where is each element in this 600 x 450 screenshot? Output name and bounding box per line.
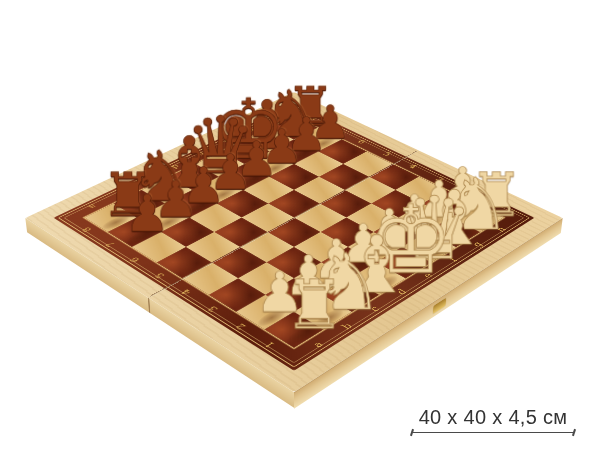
product-photo-chess-set: abcdefgh abcdefgh 87654321 87654321 ♜♞♝♛… bbox=[0, 0, 600, 450]
piece-shadow bbox=[311, 307, 347, 329]
board-frame: abcdefgh abcdefgh 87654321 87654321 ♜♞♝♛… bbox=[54, 103, 535, 370]
clasp-latch-icon bbox=[433, 298, 446, 314]
piece-white-pawn-h2: ♟ bbox=[441, 163, 478, 209]
piece-shadow bbox=[340, 290, 375, 311]
chess-board: abcdefgh abcdefgh 87654321 87654321 ♜♞♝♛… bbox=[25, 92, 562, 392]
piece-shadow bbox=[282, 324, 319, 347]
square-h2: ♟ bbox=[423, 190, 475, 218]
piece-shadow bbox=[311, 274, 346, 295]
piece-black-knight-b8: ♞ bbox=[130, 145, 167, 209]
piece-shadow bbox=[415, 213, 447, 231]
dimension-label: 40 x 40 x 4,5 см bbox=[412, 406, 574, 429]
dimension-annotation: 40 x 40 x 4,5 см bbox=[412, 406, 574, 440]
fold-seam-notch bbox=[148, 298, 150, 314]
chess-scene: abcdefgh abcdefgh 87654321 87654321 ♜♞♝♛… bbox=[0, 0, 600, 450]
board-grid: ♜♞♝♛♚♝♞♜♟♟♟♟♟♟♟♟♟♟♟♟♟♟♟♟♜♞♝♚♛♝♞♜ bbox=[85, 116, 504, 347]
piece-shadow bbox=[419, 243, 452, 262]
piece-shadow bbox=[394, 258, 428, 278]
piece-shadow bbox=[468, 213, 500, 231]
piece-black-bishop-c8: ♝ bbox=[158, 130, 194, 195]
piece-shadow bbox=[444, 228, 476, 247]
piece-white-rook-h1: ♜ bbox=[469, 167, 506, 223]
piece-shadow bbox=[367, 274, 402, 295]
board-top-surface: abcdefgh abcdefgh 87654321 87654321 ♜♞♝♛… bbox=[25, 92, 562, 392]
piece-black-rook-h8: ♜ bbox=[286, 82, 320, 132]
dimension-line bbox=[412, 432, 574, 440]
